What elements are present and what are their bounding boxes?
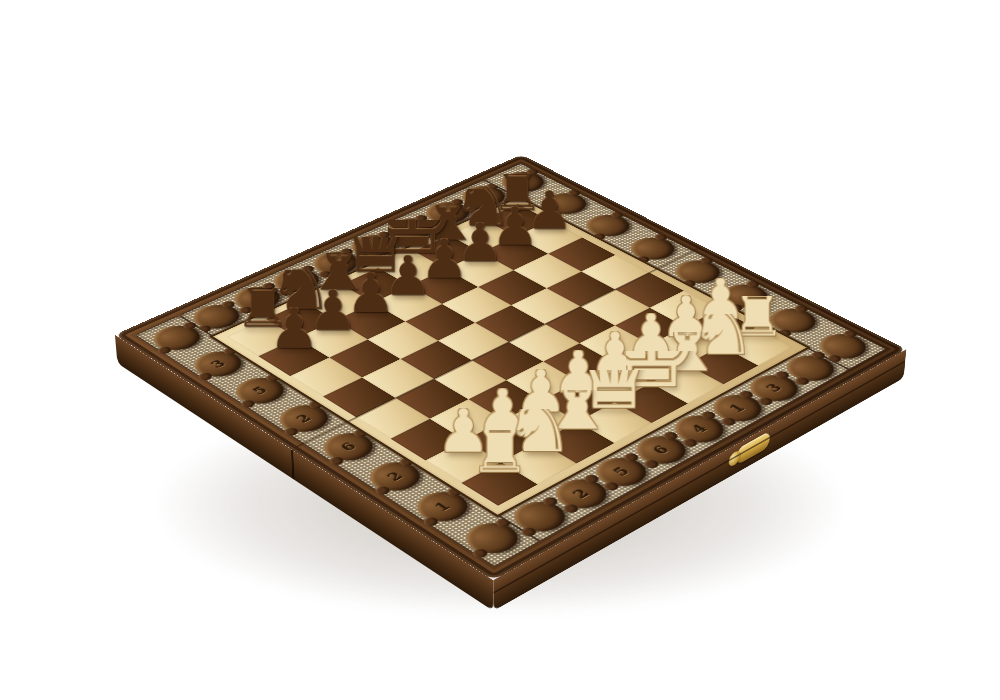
piece-glyph: ♟	[269, 301, 320, 355]
piece-glyph: ♜	[469, 416, 531, 482]
scene: 352621 256413 ♜♞♝♛♚♝♞♜♟♟♟♟♟♟♟♟♟♟♟♟♟♟♟♟♜♞…	[0, 0, 1000, 700]
medallion-numeral: 1	[725, 402, 749, 415]
medallion-numeral: 6	[649, 443, 673, 457]
carved-medallion	[578, 211, 639, 241]
medallion-numeral: 1	[430, 499, 454, 513]
carved-medallion: 4	[665, 410, 733, 448]
medallion-numeral: 2	[383, 469, 407, 483]
medallion-numeral: 3	[207, 358, 229, 370]
medallion-numeral: 5	[249, 384, 271, 397]
medallion-numeral: 6	[337, 440, 360, 454]
carved-medallion	[810, 329, 875, 364]
medallion-numeral: 2	[569, 487, 593, 501]
piece-black-pawn-a7[interactable]: ♟	[269, 307, 319, 357]
medallion-numeral: 4	[688, 422, 712, 435]
medallion-numeral: 2	[292, 412, 315, 425]
stage: 352621 256413 ♜♞♝♛♚♝♞♜♟♟♟♟♟♟♟♟♟♟♟♟♟♟♟♟♜♞…	[0, 0, 1000, 700]
medallion-numeral: 3	[762, 382, 785, 395]
medallion-numeral: 5	[609, 465, 633, 479]
brass-latch-icon	[736, 431, 770, 466]
piece-white-rook-a1[interactable]: ♜	[473, 430, 527, 484]
chess-box: 352621 256413 ♜♞♝♛♚♝♞♜♟♟♟♟♟♟♟♟♟♟♟♟♟♟♟♟♜♞…	[115, 155, 906, 581]
